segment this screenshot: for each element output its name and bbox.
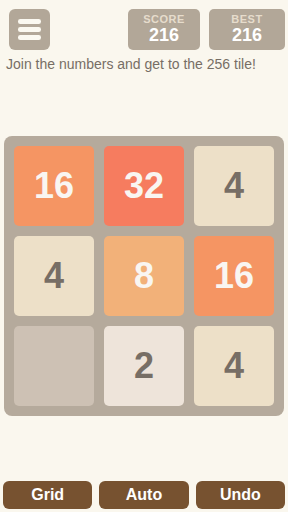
hamburger-icon bbox=[18, 19, 41, 40]
score-label: SCORE bbox=[143, 13, 185, 26]
board-cell: 4 bbox=[14, 236, 94, 316]
app-root: SCORE 216 BEST 216 Join the numbers and … bbox=[0, 0, 288, 512]
board-cell: 32 bbox=[104, 146, 184, 226]
goal-subtitle: Join the numbers and get to the 256 tile… bbox=[6, 56, 256, 72]
grid-button[interactable]: Grid bbox=[3, 481, 92, 509]
board-cell: 16 bbox=[194, 236, 274, 316]
best-label: BEST bbox=[231, 13, 262, 26]
menu-button[interactable] bbox=[9, 9, 50, 50]
footer-bar: Grid Auto Undo bbox=[3, 481, 285, 509]
board-cell: 4 bbox=[194, 326, 274, 406]
score-value: 216 bbox=[149, 25, 179, 46]
board-cell bbox=[14, 326, 94, 406]
auto-button[interactable]: Auto bbox=[99, 481, 188, 509]
board-cell: 4 bbox=[194, 146, 274, 226]
best-box: BEST 216 bbox=[209, 9, 285, 50]
undo-button[interactable]: Undo bbox=[196, 481, 285, 509]
score-box: SCORE 216 bbox=[128, 9, 200, 50]
board-cell: 2 bbox=[104, 326, 184, 406]
board-cell: 8 bbox=[104, 236, 184, 316]
board-cell: 16 bbox=[14, 146, 94, 226]
best-value: 216 bbox=[232, 25, 262, 46]
game-board[interactable]: 16 32 4 4 8 16 2 4 bbox=[4, 136, 284, 416]
